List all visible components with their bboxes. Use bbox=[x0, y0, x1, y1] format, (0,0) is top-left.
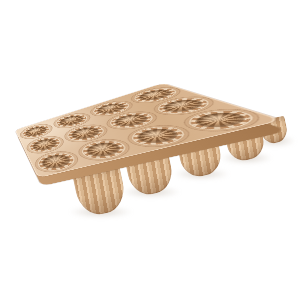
product-photo-stage bbox=[0, 0, 300, 300]
